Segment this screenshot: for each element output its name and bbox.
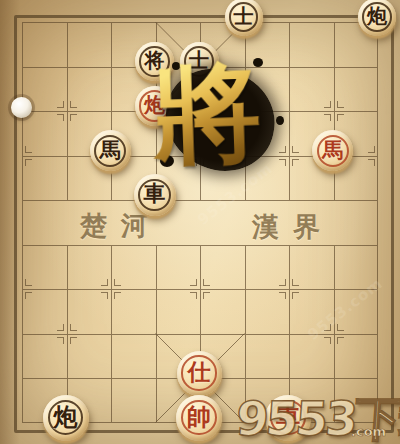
piece-character: 炮 bbox=[144, 91, 165, 119]
red-horse-h7-piece[interactable]: 馬 bbox=[312, 130, 353, 171]
black-advisor-e9-piece[interactable]: 士 bbox=[180, 42, 219, 81]
piece-character: 仕 bbox=[188, 357, 211, 388]
piece-character: 馬 bbox=[100, 136, 121, 164]
board-cell bbox=[334, 245, 379, 290]
black-general-d9-piece[interactable]: 将 bbox=[135, 42, 174, 81]
piece-ring: 炮 bbox=[139, 90, 170, 121]
piece-ring: 将 bbox=[139, 46, 169, 76]
board-cell bbox=[22, 22, 67, 67]
piece-ring: 炮 bbox=[362, 2, 392, 32]
piece-ring: 仕 bbox=[181, 355, 216, 390]
piece-character: 車 bbox=[144, 179, 166, 209]
xiangqi-game-screen: 楚河 漢界 9553.com 9553.com 士炮将士炮馬馬車仕炮帥車 將 9… bbox=[0, 0, 400, 444]
piece-character: 馬 bbox=[322, 136, 343, 164]
board-cell bbox=[111, 378, 156, 423]
black-advisor-f10-piece[interactable]: 士 bbox=[225, 0, 263, 36]
piece-character: 士 bbox=[234, 3, 254, 30]
black-horse-c7-piece[interactable]: 馬 bbox=[90, 130, 131, 171]
board-cell bbox=[245, 334, 290, 379]
piece-ring: 車 bbox=[138, 179, 171, 212]
red-general-e1-piece[interactable]: 帥 bbox=[176, 395, 222, 441]
black-cannon-b1-piece[interactable]: 炮 bbox=[43, 395, 89, 441]
piece-character: 帥 bbox=[187, 401, 211, 433]
red-cannon-d8-piece[interactable]: 炮 bbox=[135, 86, 175, 126]
piece-ring: 士 bbox=[229, 2, 259, 32]
piece-ring: 馬 bbox=[317, 135, 349, 167]
piece-character: 士 bbox=[189, 47, 209, 74]
piece-ring: 炮 bbox=[48, 400, 84, 436]
red-advisor-e2-piece[interactable]: 仕 bbox=[177, 351, 222, 396]
board-cell bbox=[245, 67, 290, 112]
river-label-han: 漢界 bbox=[252, 209, 334, 245]
site-watermark-suffix: .com bbox=[351, 424, 386, 439]
piece-character: 炮 bbox=[367, 3, 387, 30]
board-cell bbox=[200, 200, 245, 245]
board-cell bbox=[111, 334, 156, 379]
board-cell bbox=[289, 22, 334, 67]
board-cell bbox=[67, 22, 112, 67]
black-rook-d6-piece[interactable]: 車 bbox=[134, 174, 176, 216]
piece-character: 将 bbox=[145, 47, 165, 74]
board-cell bbox=[334, 200, 379, 245]
piece-character: 炮 bbox=[54, 401, 78, 433]
piece-ring: 帥 bbox=[181, 400, 217, 436]
board-cell bbox=[22, 200, 67, 245]
piece-ring: 士 bbox=[184, 46, 214, 76]
piece-ring: 馬 bbox=[94, 135, 126, 167]
bead-decoration bbox=[11, 97, 32, 118]
